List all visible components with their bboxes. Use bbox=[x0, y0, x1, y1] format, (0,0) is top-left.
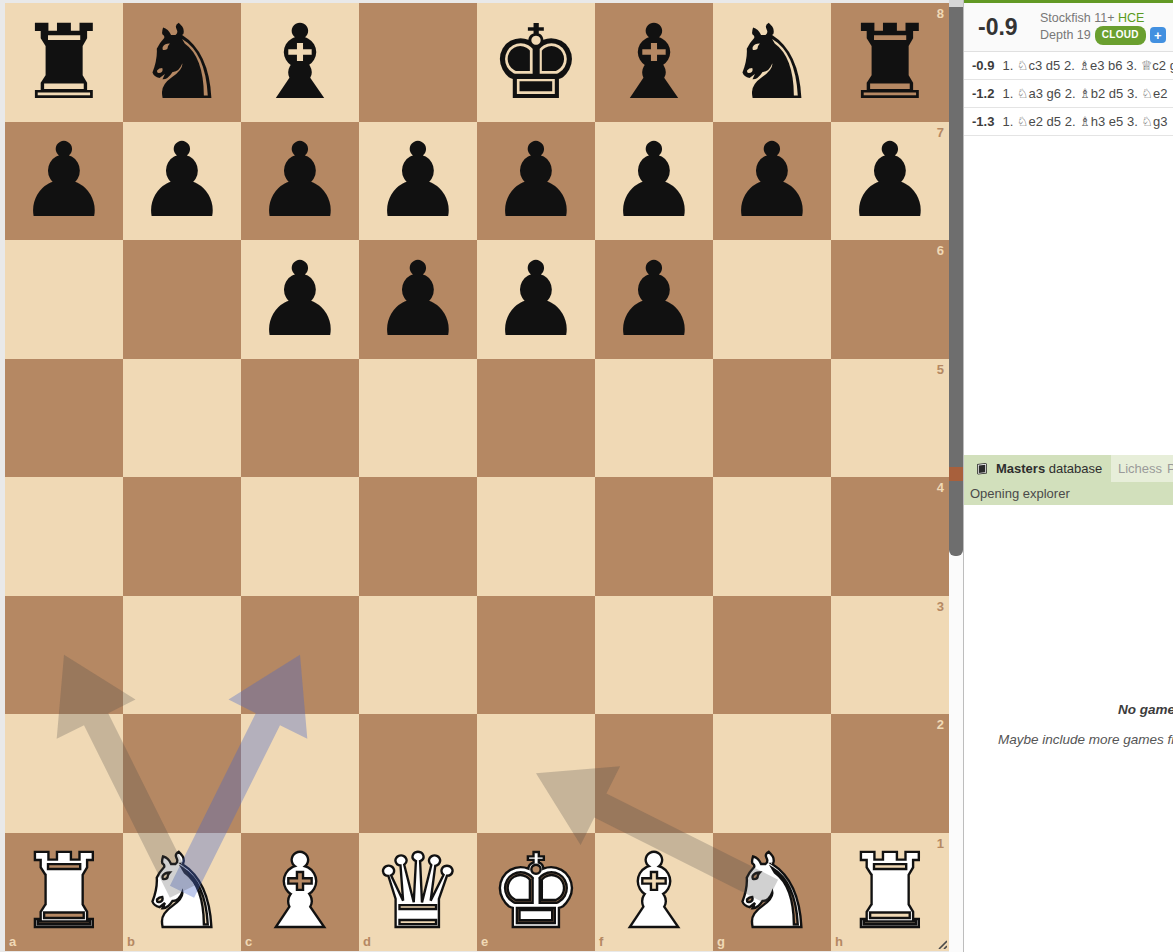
square-c6[interactable]: ♟ bbox=[241, 240, 359, 359]
square-g6[interactable] bbox=[713, 240, 831, 359]
square-a2[interactable] bbox=[5, 714, 123, 833]
square-b6[interactable] bbox=[123, 240, 241, 359]
square-c5[interactable] bbox=[241, 359, 359, 478]
black-knight-b8[interactable]: ♞ bbox=[123, 3, 241, 122]
square-f8[interactable]: ♝ bbox=[595, 3, 713, 122]
square-e1[interactable]: e♚ bbox=[477, 833, 595, 952]
tab-masters-database[interactable]: Masters database bbox=[996, 461, 1102, 476]
square-a4[interactable] bbox=[5, 477, 123, 596]
cloud-badge: CLOUD bbox=[1095, 26, 1146, 45]
rank-label-5: 5 bbox=[937, 363, 944, 376]
black-knight-g8[interactable]: ♞ bbox=[713, 3, 831, 122]
square-h5[interactable]: 5 bbox=[831, 359, 949, 478]
square-g2[interactable] bbox=[713, 714, 831, 833]
engine-line-2[interactable]: -1.2 1. ♘a3 g6 2. ♗b2 d5 3. ♘e2 bbox=[964, 80, 1173, 108]
square-g5[interactable] bbox=[713, 359, 831, 478]
square-c7[interactable]: ♟ bbox=[241, 122, 359, 241]
square-b4[interactable] bbox=[123, 477, 241, 596]
engine-hce-label: HCE bbox=[1118, 11, 1144, 25]
white-king-e1[interactable]: ♚ bbox=[477, 833, 595, 952]
square-b3[interactable] bbox=[123, 596, 241, 715]
rank-label-6: 6 bbox=[937, 244, 944, 257]
square-g4[interactable] bbox=[713, 477, 831, 596]
white-rook-h1[interactable]: ♜ bbox=[831, 833, 949, 952]
square-f2[interactable] bbox=[595, 714, 713, 833]
square-e4[interactable] bbox=[477, 477, 595, 596]
engine-line-3[interactable]: -1.3 1. ♘e2 d5 2. ♗h3 e5 3. ♘g3 bbox=[964, 108, 1173, 136]
square-e7[interactable]: ♟ bbox=[477, 122, 595, 241]
square-a8[interactable]: ♜ bbox=[5, 3, 123, 122]
square-a1[interactable]: a♜ bbox=[5, 833, 123, 952]
chess-board[interactable]: ♜♞♝♚♝♞8♜♟♟♟♟♟♟♟7♟♟♟♟♟65432a♜b♞c♝d♛e♚f♝g♞… bbox=[5, 3, 949, 951]
square-h6[interactable]: 6 bbox=[831, 240, 949, 359]
white-knight-g1[interactable]: ♞ bbox=[713, 833, 831, 952]
explorer-tabs: Masters database Lichess Player bbox=[964, 455, 1173, 482]
square-d1[interactable]: d♛ bbox=[359, 833, 477, 952]
square-d4[interactable] bbox=[359, 477, 477, 596]
white-rook-a1[interactable]: ♜ bbox=[5, 833, 123, 952]
square-h2[interactable]: 2 bbox=[831, 714, 949, 833]
black-rook-a8[interactable]: ♜ bbox=[5, 3, 123, 122]
square-e8[interactable]: ♚ bbox=[477, 3, 595, 122]
square-b1[interactable]: b♞ bbox=[123, 833, 241, 952]
square-e3[interactable] bbox=[477, 596, 595, 715]
rank-label-2: 2 bbox=[937, 718, 944, 731]
square-c3[interactable] bbox=[241, 596, 359, 715]
engine-name: Stockfish 11+ bbox=[1040, 11, 1114, 25]
square-a3[interactable] bbox=[5, 596, 123, 715]
square-f5[interactable] bbox=[595, 359, 713, 478]
pv1-moves[interactable]: 1. ♘c3 d5 2. ♗e3 b6 3. ♕c2 g6 bbox=[1002, 58, 1173, 73]
pv3-moves[interactable]: 1. ♘e2 d5 2. ♗h3 e5 3. ♘g3 bbox=[1002, 114, 1167, 129]
tab-lichess[interactable]: Lichess bbox=[1118, 461, 1162, 476]
square-d6[interactable]: ♟ bbox=[359, 240, 477, 359]
white-bishop-f1[interactable]: ♝ bbox=[595, 833, 713, 952]
board-resize-handle[interactable] bbox=[935, 937, 947, 949]
engine-eval-header: -0.9 Stockfish 11+ HCE Depth 19 CLOUD + bbox=[964, 3, 1173, 52]
black-pawn-c7[interactable]: ♟ bbox=[241, 122, 359, 241]
square-c1[interactable]: c♝ bbox=[241, 833, 359, 952]
square-g3[interactable] bbox=[713, 596, 831, 715]
engine-line-1[interactable]: -0.9 1. ♘c3 d5 2. ♗e3 b6 3. ♕c2 g6 bbox=[964, 52, 1173, 80]
engine-depth: Depth 19 bbox=[1040, 27, 1091, 43]
analysis-panel: -0.9 Stockfish 11+ HCE Depth 19 CLOUD + … bbox=[964, 0, 1173, 952]
square-e2[interactable] bbox=[477, 714, 595, 833]
board-grid[interactable]: ♜♞♝♚♝♞8♜♟♟♟♟♟♟♟7♟♟♟♟♟65432a♜b♞c♝d♛e♚f♝g♞… bbox=[5, 3, 949, 951]
opening-explorer: Masters database Lichess Player Opening … bbox=[964, 455, 1173, 505]
scrollbar-marker bbox=[949, 467, 963, 481]
white-queen-d1[interactable]: ♛ bbox=[359, 833, 477, 952]
square-e6[interactable]: ♟ bbox=[477, 240, 595, 359]
pv2-moves[interactable]: 1. ♘a3 g6 2. ♗b2 d5 3. ♘e2 bbox=[1002, 86, 1167, 101]
square-c4[interactable] bbox=[241, 477, 359, 596]
square-b2[interactable] bbox=[123, 714, 241, 833]
black-pawn-f6[interactable]: ♟ bbox=[595, 240, 713, 359]
white-knight-b1[interactable]: ♞ bbox=[123, 833, 241, 952]
black-rook-h8[interactable]: ♜ bbox=[831, 3, 949, 122]
square-d3[interactable] bbox=[359, 596, 477, 715]
black-pawn-e6[interactable]: ♟ bbox=[477, 240, 595, 359]
square-f4[interactable] bbox=[595, 477, 713, 596]
tab-player[interactable]: Player bbox=[1167, 461, 1173, 476]
square-f3[interactable] bbox=[595, 596, 713, 715]
square-f1[interactable]: f♝ bbox=[595, 833, 713, 952]
square-h7[interactable]: 7♟ bbox=[831, 122, 949, 241]
pv3-eval: -1.3 bbox=[964, 114, 1002, 129]
no-games-message: No game found bbox=[1118, 702, 1173, 717]
square-a7[interactable]: ♟ bbox=[5, 122, 123, 241]
square-g1[interactable]: g♞ bbox=[713, 833, 831, 952]
black-pawn-a7[interactable]: ♟ bbox=[5, 122, 123, 241]
square-d5[interactable] bbox=[359, 359, 477, 478]
square-e5[interactable] bbox=[477, 359, 595, 478]
explorer-subtitle: Opening explorer bbox=[964, 482, 1173, 505]
square-f6[interactable]: ♟ bbox=[595, 240, 713, 359]
white-bishop-c1[interactable]: ♝ bbox=[241, 833, 359, 952]
square-d2[interactable] bbox=[359, 714, 477, 833]
square-f7[interactable]: ♟ bbox=[595, 122, 713, 241]
add-engine-line-button[interactable]: + bbox=[1150, 27, 1166, 43]
rank-label-3: 3 bbox=[937, 600, 944, 613]
black-pawn-b7[interactable]: ♟ bbox=[123, 122, 241, 241]
square-a6[interactable] bbox=[5, 240, 123, 359]
black-pawn-f7[interactable]: ♟ bbox=[595, 122, 713, 241]
square-d7[interactable]: ♟ bbox=[359, 122, 477, 241]
square-c2[interactable] bbox=[241, 714, 359, 833]
black-king-e8[interactable]: ♚ bbox=[477, 3, 595, 122]
square-a5[interactable] bbox=[5, 359, 123, 478]
square-h1[interactable]: 1h♜ bbox=[831, 833, 949, 952]
black-bishop-f8[interactable]: ♝ bbox=[595, 3, 713, 122]
square-g7[interactable]: ♟ bbox=[713, 122, 831, 241]
black-bishop-c8[interactable]: ♝ bbox=[241, 3, 359, 122]
pv2-eval: -1.2 bbox=[964, 86, 1002, 101]
square-d8[interactable] bbox=[359, 3, 477, 122]
square-b8[interactable]: ♞ bbox=[123, 3, 241, 122]
black-pawn-c6[interactable]: ♟ bbox=[241, 240, 359, 359]
black-pawn-d7[interactable]: ♟ bbox=[359, 122, 477, 241]
no-games-hint: Maybe include more games from the prefer… bbox=[998, 732, 1173, 747]
rank-label-4: 4 bbox=[937, 481, 944, 494]
book-icon bbox=[975, 462, 989, 476]
square-h4[interactable]: 4 bbox=[831, 477, 949, 596]
square-h8[interactable]: 8♜ bbox=[831, 3, 949, 122]
black-pawn-d6[interactable]: ♟ bbox=[359, 240, 477, 359]
vertical-scrollbar[interactable] bbox=[949, 0, 964, 952]
pv1-eval: -0.9 bbox=[964, 58, 1002, 73]
eval-score: -0.9 bbox=[964, 14, 1040, 41]
black-pawn-h7[interactable]: ♟ bbox=[831, 122, 949, 241]
square-b7[interactable]: ♟ bbox=[123, 122, 241, 241]
black-pawn-e7[interactable]: ♟ bbox=[477, 122, 595, 241]
square-h3[interactable]: 3 bbox=[831, 596, 949, 715]
black-pawn-g7[interactable]: ♟ bbox=[713, 122, 831, 241]
square-b5[interactable] bbox=[123, 359, 241, 478]
square-c8[interactable]: ♝ bbox=[241, 3, 359, 122]
scrollbar-top-cap bbox=[949, 0, 963, 7]
square-g8[interactable]: ♞ bbox=[713, 3, 831, 122]
